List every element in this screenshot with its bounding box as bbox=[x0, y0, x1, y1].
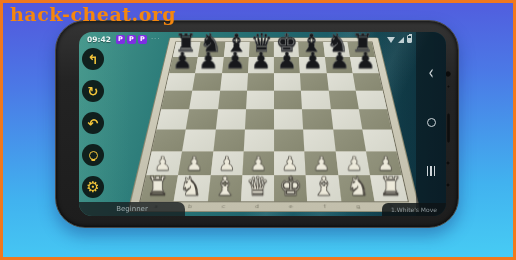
piece-black-pawn[interactable]: ♟ bbox=[352, 50, 378, 72]
square-f1[interactable]: ♝ bbox=[305, 175, 340, 201]
square-d4[interactable] bbox=[244, 109, 273, 129]
back-arrow-icon: ↰ bbox=[88, 53, 99, 66]
square-a3[interactable] bbox=[151, 130, 185, 152]
piece-white-rook[interactable]: ♜ bbox=[373, 173, 406, 199]
square-a4[interactable] bbox=[156, 109, 189, 129]
square-a5[interactable] bbox=[161, 91, 192, 110]
restart-icon: ↻ bbox=[88, 85, 99, 98]
file-label: f bbox=[307, 203, 341, 210]
hint-button[interactable] bbox=[82, 144, 104, 166]
signal-icon bbox=[398, 37, 404, 43]
square-b5[interactable] bbox=[189, 91, 219, 110]
square-h3[interactable] bbox=[362, 130, 396, 152]
square-e7[interactable]: ♟ bbox=[274, 57, 300, 73]
home-circle-icon bbox=[427, 118, 436, 127]
square-f7[interactable]: ♟ bbox=[299, 57, 326, 73]
board-scene: ♜♞♝♛♚♝♞♜♟♟♟♟♟♟♟♟♟♟♟♟♟♟♟♟♜♞♝♛♚♝♞♜ abcdefg… bbox=[79, 32, 446, 216]
notification-badge: P bbox=[116, 35, 125, 44]
square-e4[interactable] bbox=[273, 109, 302, 129]
file-label: c bbox=[206, 203, 240, 210]
bezel-dot-icon bbox=[446, 183, 450, 187]
undo-icon: ↶ bbox=[88, 117, 99, 130]
chess-board: ♜♞♝♛♚♝♞♜♟♟♟♟♟♟♟♟♟♟♟♟♟♟♟♟♜♞♝♛♚♝♞♜ abcdefg… bbox=[127, 37, 421, 212]
square-e6[interactable] bbox=[274, 73, 301, 90]
battery-icon bbox=[407, 35, 412, 43]
notification-badge: P bbox=[138, 35, 147, 44]
square-f5[interactable] bbox=[301, 91, 330, 110]
square-h5[interactable] bbox=[355, 91, 386, 110]
square-c5[interactable] bbox=[217, 91, 246, 110]
file-label: d bbox=[240, 203, 274, 210]
square-a6[interactable] bbox=[165, 73, 195, 90]
back-button[interactable]: ↰ bbox=[82, 48, 104, 70]
piece-white-king[interactable]: ♚ bbox=[273, 173, 306, 199]
square-b4[interactable] bbox=[185, 109, 217, 129]
square-h7[interactable]: ♟ bbox=[349, 57, 378, 73]
piece-black-pawn[interactable]: ♟ bbox=[326, 50, 352, 72]
notification-badge: P bbox=[127, 35, 136, 44]
square-c3[interactable] bbox=[212, 130, 244, 152]
square-d7[interactable]: ♟ bbox=[247, 57, 273, 73]
sensor-dot-icon bbox=[447, 85, 450, 88]
square-c4[interactable] bbox=[215, 109, 245, 129]
notification-badges: P P P bbox=[116, 35, 147, 44]
file-label: e bbox=[273, 203, 307, 210]
nav-home-button[interactable] bbox=[427, 118, 436, 127]
chess-board-squares: ♜♞♝♛♚♝♞♜♟♟♟♟♟♟♟♟♟♟♟♟♟♟♟♟♜♞♝♛♚♝♞♜ bbox=[139, 41, 409, 202]
gear-icon: ⚙ bbox=[86, 180, 99, 195]
piece-white-bishop[interactable]: ♝ bbox=[307, 173, 340, 199]
square-a1[interactable]: ♜ bbox=[140, 175, 178, 201]
square-c1[interactable]: ♝ bbox=[207, 175, 242, 201]
phone-screen: ♜♞♝♛♚♝♞♜♟♟♟♟♟♟♟♟♟♟♟♟♟♟♟♟♜♞♝♛♚♝♞♜ abcdefg… bbox=[79, 32, 446, 216]
square-d3[interactable] bbox=[243, 130, 274, 152]
square-g7[interactable]: ♟ bbox=[324, 57, 352, 73]
wifi-icon bbox=[387, 37, 395, 43]
sidebar: ↰ ↻ ↶ ⚙ bbox=[82, 48, 104, 198]
square-g6[interactable] bbox=[326, 73, 355, 90]
piece-white-queen[interactable]: ♛ bbox=[240, 173, 273, 199]
square-e5[interactable] bbox=[274, 91, 302, 110]
piece-black-pawn[interactable]: ♟ bbox=[247, 50, 273, 72]
status-time: 09:42 bbox=[87, 35, 111, 44]
square-b6[interactable] bbox=[192, 73, 221, 90]
difficulty-label[interactable]: Beginner bbox=[79, 202, 185, 216]
undo-button[interactable]: ↶ bbox=[82, 112, 104, 134]
square-f4[interactable] bbox=[302, 109, 332, 129]
square-b7[interactable]: ♟ bbox=[195, 57, 223, 73]
nav-recents-button[interactable] bbox=[427, 166, 436, 176]
square-d6[interactable] bbox=[246, 73, 273, 90]
nav-back-button[interactable]: ‹ bbox=[428, 62, 433, 82]
square-f6[interactable] bbox=[300, 73, 328, 90]
restart-button[interactable]: ↻ bbox=[82, 80, 104, 102]
piece-black-pawn[interactable]: ♟ bbox=[221, 50, 247, 72]
square-e1[interactable]: ♚ bbox=[273, 175, 306, 201]
square-h4[interactable] bbox=[358, 109, 391, 129]
piece-white-rook[interactable]: ♜ bbox=[140, 173, 173, 199]
square-c6[interactable] bbox=[219, 73, 247, 90]
square-b3[interactable] bbox=[182, 130, 215, 152]
file-label: g bbox=[340, 203, 375, 210]
status-overflow-dots: ··· bbox=[151, 35, 161, 43]
settings-button[interactable]: ⚙ bbox=[82, 176, 104, 198]
square-c7[interactable]: ♟ bbox=[221, 57, 248, 73]
piece-white-knight[interactable]: ♞ bbox=[340, 173, 373, 199]
hint-bulb-icon bbox=[89, 151, 98, 160]
square-b1[interactable]: ♞ bbox=[173, 175, 209, 201]
square-f3[interactable] bbox=[303, 130, 335, 152]
square-e3[interactable] bbox=[273, 130, 304, 152]
square-a7[interactable]: ♟ bbox=[169, 57, 198, 73]
status-bar: 09:42 P P P ··· bbox=[79, 32, 446, 46]
square-g3[interactable] bbox=[332, 130, 365, 152]
piece-black-pawn[interactable]: ♟ bbox=[274, 50, 300, 72]
square-h6[interactable] bbox=[352, 73, 382, 90]
piece-black-pawn[interactable]: ♟ bbox=[195, 50, 221, 72]
square-g1[interactable]: ♞ bbox=[337, 175, 373, 201]
square-h1[interactable]: ♜ bbox=[369, 175, 407, 201]
phone-frame: ♜♞♝♛♚♝♞♜♟♟♟♟♟♟♟♟♟♟♟♟♟♟♟♟♜♞♝♛♚♝♞♜ abcdefg… bbox=[55, 20, 459, 228]
recents-icon bbox=[427, 166, 436, 176]
piece-black-pawn[interactable]: ♟ bbox=[169, 50, 195, 72]
piece-black-pawn[interactable]: ♟ bbox=[300, 50, 326, 72]
square-g5[interactable] bbox=[328, 91, 358, 110]
piece-white-bishop[interactable]: ♝ bbox=[207, 173, 240, 199]
android-nav-bar: ‹ bbox=[416, 32, 446, 216]
bezel-dot-icon bbox=[446, 161, 450, 165]
square-g4[interactable] bbox=[330, 109, 362, 129]
speaker-grill bbox=[447, 113, 450, 143]
move-status: 1.White's Move bbox=[382, 203, 446, 216]
square-d5[interactable] bbox=[245, 91, 273, 110]
piece-white-knight[interactable]: ♞ bbox=[174, 173, 207, 199]
square-d1[interactable]: ♛ bbox=[240, 175, 273, 201]
watermark: hack-cheat.org bbox=[10, 3, 176, 25]
